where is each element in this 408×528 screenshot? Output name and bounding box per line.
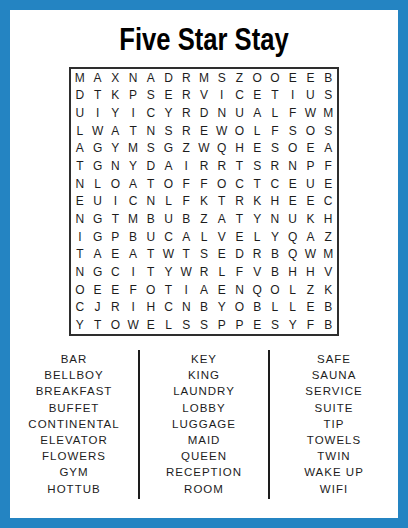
grid-cell[interactable]: F [124, 281, 142, 299]
grid-cell[interactable]: A [248, 104, 266, 122]
grid-cell[interactable]: T [142, 263, 160, 281]
grid-cell[interactable]: I [124, 299, 142, 317]
grid-cell[interactable]: S [266, 140, 284, 158]
grid-cell[interactable]: T [89, 87, 107, 105]
grid-cell[interactable]: P [106, 228, 124, 246]
grid-cell[interactable]: R [213, 157, 231, 175]
grid-cell[interactable]: T [213, 193, 231, 211]
word-item: RECEPTION [140, 464, 268, 480]
grid-cell[interactable]: R [231, 193, 249, 211]
grid-cell[interactable]: D [195, 104, 213, 122]
grid-cell[interactable]: T [106, 210, 124, 228]
grid-cell[interactable]: N [71, 175, 89, 193]
grid-cell[interactable]: C [160, 299, 178, 317]
grid-cell[interactable]: L [266, 299, 284, 317]
grid-cell[interactable]: W [177, 263, 195, 281]
grid-cell[interactable]: E [284, 175, 302, 193]
grid-cell[interactable]: M [124, 210, 142, 228]
grid-cell[interactable]: U [302, 87, 320, 105]
word-item: SERVICE [270, 383, 398, 399]
grid-cell[interactable]: W [302, 104, 320, 122]
grid-cell[interactable]: W [302, 246, 320, 264]
grid-cell[interactable]: L [266, 104, 284, 122]
word-item: TIP [270, 416, 398, 432]
grid-cell[interactable]: U [71, 104, 89, 122]
grid-cell[interactable]: E [248, 87, 266, 105]
grid-cell[interactable]: N [124, 69, 142, 87]
grid-cell[interactable]: C [71, 299, 89, 317]
grid-cell[interactable]: S [160, 122, 178, 140]
grid-cell[interactable]: A [124, 175, 142, 193]
word-item: MAID [140, 432, 268, 448]
grid-cell[interactable]: O [71, 281, 89, 299]
grid-cell[interactable]: B [124, 228, 142, 246]
grid-cell[interactable]: Z [177, 140, 195, 158]
grid-cell[interactable]: K [195, 193, 213, 211]
grid-cell[interactable]: U [284, 210, 302, 228]
grid-cell[interactable]: H [284, 263, 302, 281]
grid-cell[interactable]: F [177, 175, 195, 193]
grid-cell[interactable]: E [302, 299, 320, 317]
grid-cell[interactable]: L [284, 299, 302, 317]
grid-cell[interactable]: I [284, 87, 302, 105]
grid-cell[interactable]: A [195, 281, 213, 299]
grid-cell[interactable]: B [195, 299, 213, 317]
grid-cell[interactable]: L [248, 122, 266, 140]
grid-cell[interactable]: S [142, 140, 160, 158]
grid-cell[interactable]: E [213, 281, 231, 299]
grid-cell[interactable]: G [160, 140, 178, 158]
grid-cell[interactable]: C [231, 175, 249, 193]
word-item: LUGGAGE [140, 416, 268, 432]
grid-cell[interactable]: O [302, 122, 320, 140]
grid-cell[interactable]: S [266, 316, 284, 334]
grid-cell[interactable]: B [266, 263, 284, 281]
puzzle-title: Five Star Stay [49, 23, 359, 55]
grid-cell[interactable]: Q [248, 281, 266, 299]
word-item: QUEEN [140, 448, 268, 464]
grid-cell[interactable]: Y [160, 104, 178, 122]
grid-cell[interactable]: E [160, 87, 178, 105]
grid-cell[interactable]: C [231, 87, 249, 105]
grid-cell[interactable]: Q [284, 228, 302, 246]
grid-cell[interactable]: E [89, 281, 107, 299]
grid-cell[interactable]: C [142, 104, 160, 122]
grid-cell[interactable]: Y [284, 316, 302, 334]
grid-cell[interactable]: Z [231, 69, 249, 87]
grid-cell[interactable]: F [231, 263, 249, 281]
grid-cell[interactable]: O [106, 316, 124, 334]
grid-cell[interactable]: F [284, 104, 302, 122]
grid-cell[interactable]: Z [319, 228, 337, 246]
grid-cell[interactable]: I [124, 263, 142, 281]
grid-cell[interactable]: Y [160, 263, 178, 281]
grid-cell[interactable]: S [284, 122, 302, 140]
grid-cell[interactable]: R [195, 157, 213, 175]
grid-cell[interactable]: P [124, 87, 142, 105]
grid-cell[interactable]: N [231, 281, 249, 299]
grid-cell[interactable]: Q [284, 246, 302, 264]
grid-cell[interactable]: A [160, 157, 178, 175]
grid-cell[interactable]: T [142, 246, 160, 264]
word-item: LOBBY [140, 400, 268, 416]
grid-cell[interactable]: U [302, 175, 320, 193]
grid-cell[interactable]: O [142, 281, 160, 299]
grid-cell[interactable]: S [195, 316, 213, 334]
word-list: BARBELLBOYBREAKFASTBUFFETCONTINENTALELEV… [10, 350, 398, 499]
grid-cell[interactable]: H [231, 140, 249, 158]
grid-cell[interactable]: E [284, 69, 302, 87]
grid-cell[interactable]: Q [213, 140, 231, 158]
word-item: ELEVATOR [10, 432, 138, 448]
word-item: ROOM [140, 481, 268, 497]
grid-cell[interactable]: H [142, 299, 160, 317]
word-item: BAR [10, 351, 138, 367]
grid-cell[interactable]: E [231, 228, 249, 246]
word-item: BREAKFAST [10, 383, 138, 399]
grid-cell[interactable]: O [266, 69, 284, 87]
grid-cell[interactable]: B [142, 210, 160, 228]
grid-cell[interactable]: A [71, 140, 89, 158]
grid-cell[interactable]: Y [248, 210, 266, 228]
grid-cell[interactable]: C [124, 193, 142, 211]
grid-cell[interactable]: J [89, 299, 107, 317]
grid-cell[interactable]: R [177, 69, 195, 87]
grid-cell[interactable]: T [71, 157, 89, 175]
grid-cell[interactable]: Z [302, 281, 320, 299]
grid-cell[interactable]: I [124, 104, 142, 122]
grid-cell[interactable]: O [106, 175, 124, 193]
word-item: SAFE [270, 351, 398, 367]
grid-cell[interactable]: K [302, 210, 320, 228]
word-item: KING [140, 367, 268, 383]
grid-cell[interactable]: G [89, 210, 107, 228]
grid-cell[interactable]: Y [266, 228, 284, 246]
grid-cell[interactable]: O [284, 140, 302, 158]
grid-cell[interactable]: I [177, 157, 195, 175]
word-item: WAKE UP [270, 464, 398, 480]
grid-cell[interactable]: R [106, 299, 124, 317]
grid-cell[interactable]: Z [195, 210, 213, 228]
grid-cell[interactable]: N [213, 104, 231, 122]
grid-cell[interactable]: T [248, 175, 266, 193]
grid-cell[interactable]: O [231, 122, 249, 140]
grid-cell[interactable]: M [124, 140, 142, 158]
grid-cell[interactable]: S [177, 316, 195, 334]
word-item: KEY [140, 351, 268, 367]
grid-cell[interactable]: E [106, 281, 124, 299]
grid-cell[interactable]: L [89, 175, 107, 193]
grid-cell[interactable]: N [71, 263, 89, 281]
grid-cell[interactable]: T [124, 122, 142, 140]
grid-cell[interactable]: U [89, 193, 107, 211]
grid-cell[interactable]: B [248, 299, 266, 317]
grid-cell[interactable]: O [231, 299, 249, 317]
grid-cell[interactable]: N [266, 210, 284, 228]
grid-cell[interactable]: Y [106, 140, 124, 158]
grid-cell[interactable]: L [71, 122, 89, 140]
grid-cell[interactable]: N [142, 122, 160, 140]
grid-cell[interactable]: E [248, 140, 266, 158]
grid-cell[interactable]: O [266, 281, 284, 299]
grid-cell[interactable]: W [160, 246, 178, 264]
grid-cell[interactable]: L [213, 263, 231, 281]
grid-cell[interactable]: Y [213, 299, 231, 317]
grid-cell[interactable]: C [106, 263, 124, 281]
grid-cell[interactable]: R [266, 157, 284, 175]
grid-cell[interactable]: L [195, 228, 213, 246]
word-item: SAUNA [270, 367, 398, 383]
grid-cell[interactable]: H [266, 193, 284, 211]
grid-cell[interactable]: Y [71, 316, 89, 334]
grid-cell[interactable]: I [106, 193, 124, 211]
word-item: HOTTUB [10, 481, 138, 497]
grid-cell[interactable]: A [302, 228, 320, 246]
word-item: BUFFET [10, 400, 138, 416]
grid-cell[interactable]: P [302, 157, 320, 175]
grid-cell[interactable]: W [213, 122, 231, 140]
grid-cell[interactable]: S [319, 87, 337, 105]
grid-cell[interactable]: T [142, 175, 160, 193]
grid-cell[interactable]: F [302, 316, 320, 334]
grid-cell[interactable]: T [231, 157, 249, 175]
grid-cell[interactable]: R [177, 122, 195, 140]
grid-cell[interactable]: T [266, 87, 284, 105]
grid-cell[interactable]: A [177, 228, 195, 246]
grid-cell[interactable]: V [195, 87, 213, 105]
grid-cell[interactable]: S [248, 157, 266, 175]
grid-cell[interactable]: E [248, 316, 266, 334]
grid-cell[interactable]: R [248, 246, 266, 264]
grid-cell[interactable]: Y [106, 104, 124, 122]
word-list-column-2: KEYKINGLAUNDRYLOBBYLUGGAGEMAIDQUEENRECEP… [138, 350, 268, 499]
grid-cell[interactable]: S [319, 122, 337, 140]
grid-cell[interactable]: H [319, 210, 337, 228]
grid-cell[interactable]: U [231, 104, 249, 122]
grid-cell[interactable]: K [106, 87, 124, 105]
grid-cell[interactable]: C [266, 175, 284, 193]
grid-cell[interactable]: M [319, 246, 337, 264]
grid-cell[interactable]: B [319, 299, 337, 317]
grid-cell[interactable]: E [302, 140, 320, 158]
grid-cell[interactable]: W [195, 140, 213, 158]
grid-cell[interactable]: D [142, 157, 160, 175]
grid-cell[interactable]: B [319, 69, 337, 87]
grid-cell[interactable]: D [231, 246, 249, 264]
grid-cell[interactable]: A [89, 69, 107, 87]
word-item: SUITE [270, 400, 398, 416]
grid-cell[interactable]: B [177, 210, 195, 228]
grid-cell[interactable]: S [142, 87, 160, 105]
grid-cell[interactable]: P [231, 316, 249, 334]
grid-cell[interactable]: L [284, 281, 302, 299]
grid-cell[interactable]: R [177, 104, 195, 122]
grid-cell[interactable]: E [142, 316, 160, 334]
word-item: TOWELS [270, 432, 398, 448]
grid-cell[interactable]: M [319, 104, 337, 122]
grid-cell[interactable]: T [160, 281, 178, 299]
grid-cell[interactable]: A [213, 210, 231, 228]
word-item: BELLBOY [10, 367, 138, 383]
grid-cell[interactable]: R [195, 263, 213, 281]
grid-cell[interactable]: N [106, 157, 124, 175]
word-list-column-3: SAFESAUNASERVICESUITETIPTOWELSTWINWAKE U… [268, 350, 398, 499]
grid-cell[interactable]: U [160, 210, 178, 228]
word-item: LAUNDRY [140, 383, 268, 399]
grid-cell[interactable]: F [319, 157, 337, 175]
grid-cell[interactable]: S [213, 69, 231, 87]
grid-cell[interactable]: C [319, 193, 337, 211]
grid-cell[interactable]: E [302, 193, 320, 211]
grid-cell[interactable]: E [71, 193, 89, 211]
grid-cell[interactable]: A [89, 246, 107, 264]
grid-cell[interactable]: E [213, 246, 231, 264]
grid-cell[interactable]: O [160, 175, 178, 193]
grid-cell[interactable]: T [71, 246, 89, 264]
grid-cell[interactable]: W [89, 122, 107, 140]
grid-cell[interactable]: E [195, 122, 213, 140]
grid-cell[interactable]: N [284, 157, 302, 175]
grid-cell[interactable]: T [89, 316, 107, 334]
grid-cell[interactable]: E [302, 69, 320, 87]
grid-cell[interactable]: W [124, 316, 142, 334]
grid-cell[interactable]: N [142, 193, 160, 211]
word-item: FLOWERS [10, 448, 138, 464]
grid-cell[interactable]: T [231, 210, 249, 228]
grid-cell[interactable]: P [213, 316, 231, 334]
grid-cell[interactable]: K [319, 281, 337, 299]
grid-cell[interactable]: Y [124, 157, 142, 175]
grid-cell[interactable]: F [177, 193, 195, 211]
grid-cell[interactable]: U [142, 228, 160, 246]
grid-cell[interactable]: V [213, 228, 231, 246]
grid-cell[interactable]: N [177, 299, 195, 317]
grid-cell[interactable]: X [106, 69, 124, 87]
grid-cell[interactable]: I [177, 281, 195, 299]
grid-cell[interactable]: I [213, 87, 231, 105]
letter-grid: MAXNADRMSZOOEEBDTKPSERVICETIUSUIYICYRDNU… [69, 67, 339, 336]
grid-cell[interactable]: K [248, 193, 266, 211]
word-item: CONTINENTAL [10, 416, 138, 432]
grid-cell[interactable]: E [319, 175, 337, 193]
word-item: TWIN [270, 448, 398, 464]
grid-cell[interactable]: V [248, 263, 266, 281]
grid-cell[interactable]: I [89, 104, 107, 122]
grid-cell[interactable]: V [319, 263, 337, 281]
grid-cell[interactable]: M [195, 69, 213, 87]
grid-cell[interactable]: B [319, 316, 337, 334]
word-item: GYM [10, 464, 138, 480]
puzzle-page: Five Star Stay MAXNADRMSZOOEEBDTKPSERVIC… [0, 0, 408, 528]
grid-cell[interactable]: S [195, 246, 213, 264]
grid-cell[interactable]: E [106, 246, 124, 264]
grid-cell[interactable]: O [213, 175, 231, 193]
grid-cell[interactable]: I [71, 228, 89, 246]
grid-cell[interactable]: O [248, 69, 266, 87]
grid-cell[interactable]: T [177, 246, 195, 264]
grid-cell[interactable]: H [302, 263, 320, 281]
grid-cell[interactable]: L [248, 228, 266, 246]
grid-cell[interactable]: C [160, 228, 178, 246]
grid-cell[interactable]: E [284, 193, 302, 211]
grid-cell[interactable]: N [71, 210, 89, 228]
grid-cell[interactable]: G [89, 157, 107, 175]
grid-cell[interactable]: L [160, 316, 178, 334]
grid-cell[interactable]: L [160, 193, 178, 211]
grid-cell[interactable]: A [319, 140, 337, 158]
grid-cell[interactable]: A [142, 69, 160, 87]
grid-cell[interactable]: R [177, 87, 195, 105]
grid-cell[interactable]: G [89, 140, 107, 158]
grid-cell[interactable]: A [106, 122, 124, 140]
grid-cell[interactable]: G [89, 228, 107, 246]
grid-cell[interactable]: A [124, 246, 142, 264]
grid-cell[interactable]: D [160, 69, 178, 87]
word-item: WIFI [270, 481, 398, 497]
grid-cell[interactable]: D [71, 87, 89, 105]
grid-cell[interactable]: M [71, 69, 89, 87]
grid-cell[interactable]: G [89, 263, 107, 281]
word-list-column-1: BARBELLBOYBREAKFASTBUFFETCONTINENTALELEV… [10, 350, 138, 499]
grid-cell[interactable]: B [266, 246, 284, 264]
grid-cell[interactable]: F [195, 175, 213, 193]
grid-cell[interactable]: F [266, 122, 284, 140]
